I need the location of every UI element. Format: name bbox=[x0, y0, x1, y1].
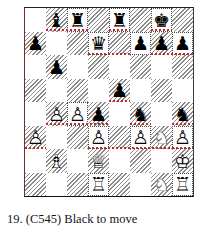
square-b3[interactable] bbox=[46, 126, 67, 150]
square-b1[interactable] bbox=[46, 173, 67, 197]
piece-black-pawn-g7[interactable]: ♟ bbox=[151, 32, 172, 56]
piece-white-pawn-b4[interactable]: ♟♙ bbox=[46, 102, 67, 126]
square-b2[interactable]: ♝♗ bbox=[46, 149, 67, 173]
square-b8[interactable]: ♝ bbox=[46, 8, 67, 32]
square-a1[interactable] bbox=[25, 173, 46, 197]
piece-black-pawn-h7[interactable]: ♟ bbox=[173, 33, 192, 55]
square-a4[interactable] bbox=[25, 102, 46, 126]
piece-white-pawn-d3[interactable]: ♟♙ bbox=[89, 127, 108, 149]
square-h4[interactable]: ♞ bbox=[172, 102, 193, 126]
square-c7[interactable] bbox=[67, 32, 88, 56]
square-c1[interactable] bbox=[67, 173, 88, 197]
piece-white-knight-g3[interactable]: ♞♘ bbox=[151, 126, 172, 150]
square-h1[interactable]: ♜♖ bbox=[172, 173, 193, 197]
spellcheck-squiggle bbox=[88, 147, 193, 149]
square-e3[interactable] bbox=[109, 126, 130, 150]
piece-glyph: ♚ bbox=[152, 11, 171, 30]
piece-glyph-outline: ♙ bbox=[68, 105, 87, 124]
piece-glyph: ♟ bbox=[88, 105, 109, 124]
square-e5[interactable]: ♟ bbox=[109, 79, 130, 103]
square-g2[interactable] bbox=[151, 149, 172, 173]
square-a3[interactable]: ♟♙ bbox=[25, 126, 46, 150]
spellcheck-squiggle bbox=[46, 29, 88, 31]
square-d2[interactable]: ♛♕ bbox=[88, 149, 109, 173]
piece-glyph: ♜ bbox=[68, 11, 87, 30]
piece-glyph-outline: ♖ bbox=[173, 175, 192, 194]
square-h6[interactable] bbox=[172, 55, 193, 79]
diagram-caption: 19. (C545) Black to move bbox=[7, 212, 197, 227]
square-a2[interactable] bbox=[25, 149, 46, 173]
piece-white-rook-h1[interactable]: ♜♖ bbox=[173, 174, 192, 196]
spellcheck-squiggle bbox=[25, 147, 46, 149]
square-d4[interactable]: ♟ bbox=[88, 102, 109, 126]
piece-black-rook-e8[interactable]: ♜ bbox=[110, 9, 129, 31]
piece-white-knight-g1[interactable]: ♞♘ bbox=[151, 173, 172, 197]
spellcheck-squiggle bbox=[130, 123, 151, 125]
square-c8[interactable]: ♜ bbox=[67, 8, 88, 32]
piece-glyph: ♟ bbox=[173, 34, 192, 53]
piece-glyph-outline: ♖ bbox=[89, 175, 108, 194]
square-c3[interactable] bbox=[67, 126, 88, 150]
square-e2[interactable] bbox=[109, 149, 130, 173]
piece-glyph: ♞ bbox=[130, 105, 151, 124]
spellcheck-squiggle bbox=[46, 123, 109, 125]
piece-glyph: ♞ bbox=[172, 105, 193, 124]
square-h7[interactable]: ♟ bbox=[172, 32, 193, 56]
piece-glyph-outline: ♗ bbox=[46, 152, 67, 171]
square-h8[interactable] bbox=[172, 8, 193, 32]
piece-glyph-outline: ♙ bbox=[131, 128, 150, 147]
spellcheck-squiggle bbox=[151, 53, 193, 55]
square-d8[interactable] bbox=[88, 8, 109, 32]
square-f3[interactable]: ♟♙ bbox=[130, 126, 151, 150]
square-g3[interactable]: ♞♘ bbox=[151, 126, 172, 150]
square-g4[interactable] bbox=[151, 102, 172, 126]
piece-white-pawn-a3[interactable]: ♟♙ bbox=[25, 126, 46, 150]
piece-black-bishop-b8[interactable]: ♝ bbox=[46, 8, 67, 32]
piece-glyph: ♟ bbox=[25, 34, 46, 53]
piece-black-knight-f4[interactable]: ♞ bbox=[130, 102, 151, 126]
square-e8[interactable]: ♜ bbox=[109, 8, 130, 32]
square-f5[interactable] bbox=[130, 79, 151, 103]
piece-glyph: ♟ bbox=[109, 81, 130, 100]
piece-glyph: ♟ bbox=[151, 34, 172, 53]
spellcheck-squiggle bbox=[172, 123, 193, 125]
square-g7[interactable]: ♟ bbox=[151, 32, 172, 56]
piece-glyph-outline: ♔ bbox=[172, 152, 193, 171]
square-d5[interactable] bbox=[88, 79, 109, 103]
square-e7[interactable] bbox=[109, 32, 130, 56]
piece-black-pawn-f7[interactable]: ♟ bbox=[131, 33, 150, 55]
square-b4[interactable]: ♟♙ bbox=[46, 102, 67, 126]
square-c5[interactable] bbox=[67, 79, 88, 103]
square-d6[interactable] bbox=[88, 55, 109, 79]
square-a7[interactable]: ♟ bbox=[25, 32, 46, 56]
piece-glyph-outline: ♙ bbox=[46, 105, 67, 124]
piece-glyph: ♜ bbox=[110, 11, 129, 30]
piece-glyph-outline: ♘ bbox=[151, 128, 172, 147]
square-e1[interactable] bbox=[109, 173, 130, 197]
spellcheck-squiggle bbox=[151, 29, 172, 31]
square-b6[interactable]: ♟ bbox=[46, 55, 67, 79]
piece-white-bishop-b2[interactable]: ♝♗ bbox=[46, 149, 67, 173]
square-g6[interactable] bbox=[151, 55, 172, 79]
piece-black-rook-c8[interactable]: ♜ bbox=[68, 9, 87, 31]
square-e6[interactable] bbox=[109, 55, 130, 79]
piece-black-knight-h4[interactable]: ♞ bbox=[172, 102, 193, 126]
square-f8[interactable] bbox=[130, 8, 151, 32]
square-g8[interactable]: ♚ bbox=[151, 8, 172, 32]
square-f1[interactable] bbox=[130, 173, 151, 197]
square-c2[interactable] bbox=[67, 149, 88, 173]
piece-white-king-h2[interactable]: ♚♔ bbox=[172, 149, 193, 173]
square-f6[interactable] bbox=[130, 55, 151, 79]
piece-black-pawn-b6[interactable]: ♟ bbox=[46, 55, 67, 79]
spellcheck-squiggle bbox=[109, 100, 130, 102]
square-b7[interactable] bbox=[46, 32, 67, 56]
piece-glyph: ♟ bbox=[131, 34, 150, 53]
square-d3[interactable]: ♟♙ bbox=[88, 126, 109, 150]
square-g5[interactable] bbox=[151, 79, 172, 103]
piece-glyph: ♝ bbox=[46, 11, 67, 30]
piece-glyph-outline: ♙ bbox=[25, 128, 46, 147]
piece-white-pawn-c4[interactable]: ♟♙ bbox=[68, 103, 87, 125]
square-g1[interactable]: ♞♘ bbox=[151, 173, 172, 197]
square-f2[interactable] bbox=[130, 149, 151, 173]
piece-black-pawn-e5[interactable]: ♟ bbox=[109, 79, 130, 103]
piece-glyph: ♛ bbox=[89, 34, 108, 53]
piece-white-pawn-h3[interactable]: ♟♙ bbox=[173, 127, 192, 149]
square-h2[interactable]: ♚♔ bbox=[172, 149, 193, 173]
square-a6[interactable] bbox=[25, 55, 46, 79]
piece-black-pawn-d4[interactable]: ♟ bbox=[88, 102, 109, 126]
piece-glyph-outline: ♕ bbox=[88, 152, 109, 171]
square-e4[interactable] bbox=[109, 102, 130, 126]
piece-white-rook-d1[interactable]: ♜♖ bbox=[89, 174, 108, 196]
square-c4[interactable]: ♟♙ bbox=[67, 102, 88, 126]
piece-white-pawn-f3[interactable]: ♟♙ bbox=[131, 127, 150, 149]
document-page: ♝♜♜♚♟♛♟♟♟♟♟♟♙♟♙♟♞♞♟♙♟♙♟♙♞♘♟♙♝♗♛♕♚♔♜♖♞♘♜♖… bbox=[0, 0, 201, 237]
square-a5[interactable] bbox=[25, 79, 46, 103]
spellcheck-squiggle bbox=[88, 53, 130, 55]
piece-glyph-outline: ♙ bbox=[89, 128, 108, 147]
square-b5[interactable] bbox=[46, 79, 67, 103]
square-h5[interactable] bbox=[172, 79, 193, 103]
square-d7[interactable]: ♛ bbox=[88, 32, 109, 56]
piece-glyph: ♟ bbox=[46, 58, 67, 77]
spellcheck-squiggle bbox=[109, 29, 130, 31]
chess-board: ♝♜♜♚♟♛♟♟♟♟♟♟♙♟♙♟♞♞♟♙♟♙♟♙♞♘♟♙♝♗♛♕♚♔♜♖♞♘♜♖ bbox=[24, 7, 194, 197]
piece-black-king-g8[interactable]: ♚ bbox=[152, 9, 171, 31]
square-f7[interactable]: ♟ bbox=[130, 32, 151, 56]
piece-black-queen-d7[interactable]: ♛ bbox=[89, 33, 108, 55]
square-a8[interactable] bbox=[25, 8, 46, 32]
piece-black-pawn-a7[interactable]: ♟ bbox=[25, 32, 46, 56]
square-h3[interactable]: ♟♙ bbox=[172, 126, 193, 150]
piece-white-queen-d2[interactable]: ♛♕ bbox=[88, 149, 109, 173]
square-f4[interactable]: ♞ bbox=[130, 102, 151, 126]
piece-glyph-outline: ♘ bbox=[151, 175, 172, 194]
square-c6[interactable] bbox=[67, 55, 88, 79]
piece-glyph-outline: ♙ bbox=[173, 128, 192, 147]
square-d1[interactable]: ♜♖ bbox=[88, 173, 109, 197]
